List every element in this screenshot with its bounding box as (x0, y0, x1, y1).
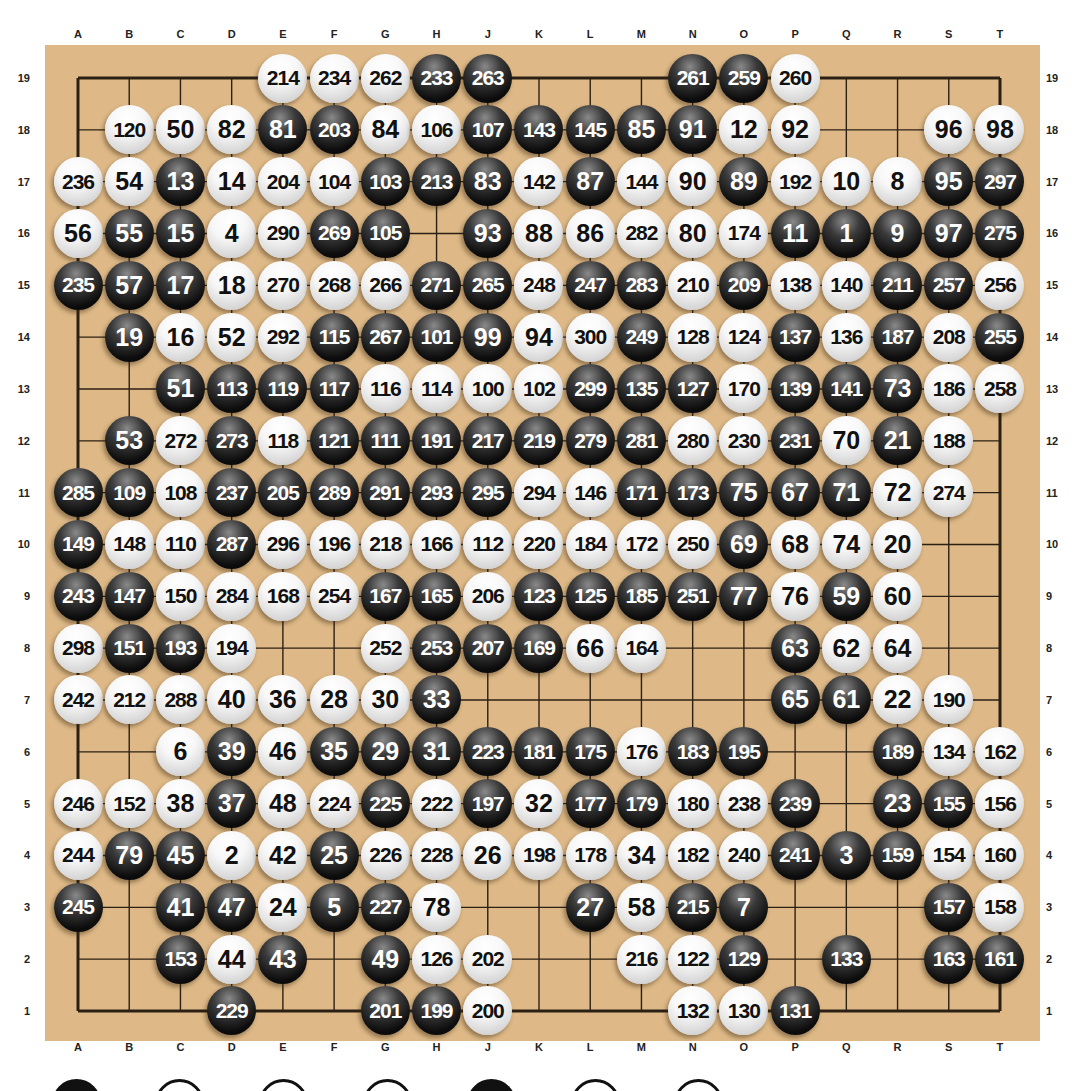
go-stone-T16[interactable]: 275 (975, 209, 1024, 258)
go-stone-K4[interactable]: 198 (514, 831, 563, 880)
go-stone-C8[interactable]: 193 (156, 624, 205, 673)
go-stone-F7[interactable]: 28 (310, 675, 359, 724)
go-stone-J14[interactable]: 99 (463, 313, 512, 362)
go-stone-L16[interactable]: 86 (566, 209, 615, 258)
go-stone-P4[interactable]: 241 (771, 831, 820, 880)
go-stone-D2[interactable]: 44 (207, 935, 256, 984)
go-stone-H5[interactable]: 222 (412, 779, 461, 828)
go-stone-J9[interactable]: 206 (463, 572, 512, 621)
go-stone-D1[interactable]: 229 (207, 986, 256, 1035)
go-stone-D13[interactable]: 113 (207, 364, 256, 413)
go-stone-J13[interactable]: 100 (463, 364, 512, 413)
go-stone-L18[interactable]: 145 (566, 105, 615, 154)
go-stone-F13[interactable]: 117 (310, 364, 359, 413)
go-stone-D6[interactable]: 39 (207, 727, 256, 776)
go-stone-E14[interactable]: 292 (258, 313, 307, 362)
go-stone-Q11[interactable]: 71 (822, 468, 871, 517)
go-stone-Q8[interactable]: 62 (822, 624, 871, 673)
go-stone-C4[interactable]: 45 (156, 831, 205, 880)
go-stone-S4[interactable]: 154 (924, 831, 973, 880)
go-stone-Q12[interactable]: 70 (822, 416, 871, 465)
go-stone-S16[interactable]: 97 (924, 209, 973, 258)
go-stone-M3[interactable]: 58 (617, 883, 666, 932)
go-stone-S6[interactable]: 134 (924, 727, 973, 776)
go-stone-C5[interactable]: 38 (156, 779, 205, 828)
go-stone-C17[interactable]: 13 (156, 157, 205, 206)
go-stone-O14[interactable]: 124 (719, 313, 768, 362)
go-stone-T6[interactable]: 162 (975, 727, 1024, 776)
go-stone-S15[interactable]: 257 (924, 261, 973, 310)
go-stone-S14[interactable]: 208 (924, 313, 973, 362)
go-stone-L9[interactable]: 125 (566, 572, 615, 621)
go-stone-K17[interactable]: 142 (514, 157, 563, 206)
go-stone-Q2[interactable]: 133 (822, 935, 871, 984)
go-stone-B17[interactable]: 54 (105, 157, 154, 206)
go-stone-T3[interactable]: 158 (975, 883, 1024, 932)
go-stone-C18[interactable]: 50 (156, 105, 205, 154)
go-stone-H19[interactable]: 233 (412, 54, 461, 103)
go-stone-L11[interactable]: 146 (566, 468, 615, 517)
go-stone-K16[interactable]: 88 (514, 209, 563, 258)
go-stone-B15[interactable]: 57 (105, 261, 154, 310)
go-stone-J12[interactable]: 217 (463, 416, 512, 465)
go-stone-G8[interactable]: 252 (361, 624, 410, 673)
go-stone-R6[interactable]: 189 (873, 727, 922, 776)
go-stone-J6[interactable]: 223 (463, 727, 512, 776)
go-stone-T5[interactable]: 156 (975, 779, 1024, 828)
go-stone-L12[interactable]: 279 (566, 416, 615, 465)
go-stone-M4[interactable]: 34 (617, 831, 666, 880)
go-stone-E2[interactable]: 43 (258, 935, 307, 984)
go-stone-G18[interactable]: 84 (361, 105, 410, 154)
go-stone-F5[interactable]: 224 (310, 779, 359, 828)
go-stone-K11[interactable]: 294 (514, 468, 563, 517)
go-stone-M5[interactable]: 179 (617, 779, 666, 828)
go-stone-M2[interactable]: 216 (617, 935, 666, 984)
go-stone-N3[interactable]: 215 (668, 883, 717, 932)
go-stone-L17[interactable]: 87 (566, 157, 615, 206)
go-stone-N4[interactable]: 182 (668, 831, 717, 880)
go-stone-R10[interactable]: 20 (873, 520, 922, 569)
go-stone-D4[interactable]: 2 (207, 831, 256, 880)
go-stone-G10[interactable]: 218 (361, 520, 410, 569)
go-stone-M12[interactable]: 281 (617, 416, 666, 465)
go-stone-M11[interactable]: 171 (617, 468, 666, 517)
go-stone-C6[interactable]: 6 (156, 727, 205, 776)
go-stone-G6[interactable]: 29 (361, 727, 410, 776)
go-stone-F10[interactable]: 196 (310, 520, 359, 569)
go-stone-J8[interactable]: 207 (463, 624, 512, 673)
go-stone-D8[interactable]: 194 (207, 624, 256, 673)
go-stone-H17[interactable]: 213 (412, 157, 461, 206)
go-stone-C13[interactable]: 51 (156, 364, 205, 413)
go-stone-M14[interactable]: 249 (617, 313, 666, 362)
go-stone-G3[interactable]: 227 (361, 883, 410, 932)
go-stone-J4[interactable]: 26 (463, 831, 512, 880)
go-stone-E16[interactable]: 290 (258, 209, 307, 258)
go-stone-H12[interactable]: 191 (412, 416, 461, 465)
go-stone-E6[interactable]: 46 (258, 727, 307, 776)
go-stone-D17[interactable]: 14 (207, 157, 256, 206)
go-stone-S12[interactable]: 188 (924, 416, 973, 465)
go-stone-P13[interactable]: 139 (771, 364, 820, 413)
go-stone-O17[interactable]: 89 (719, 157, 768, 206)
go-stone-T4[interactable]: 160 (975, 831, 1024, 880)
go-stone-C11[interactable]: 108 (156, 468, 205, 517)
go-stone-E15[interactable]: 270 (258, 261, 307, 310)
go-stone-N2[interactable]: 122 (668, 935, 717, 984)
go-stone-K6[interactable]: 181 (514, 727, 563, 776)
go-board[interactable]: 2142342622332632612592601205082812038410… (45, 45, 1040, 1041)
go-stone-O2[interactable]: 129 (719, 935, 768, 984)
go-stone-F11[interactable]: 289 (310, 468, 359, 517)
go-stone-E11[interactable]: 205 (258, 468, 307, 517)
go-stone-P14[interactable]: 137 (771, 313, 820, 362)
coord-label: H (427, 27, 447, 41)
go-stone-M13[interactable]: 135 (617, 364, 666, 413)
go-stone-N15[interactable]: 210 (668, 261, 717, 310)
go-stone-O13[interactable]: 170 (719, 364, 768, 413)
go-stone-Q17[interactable]: 10 (822, 157, 871, 206)
go-stone-R12[interactable]: 21 (873, 416, 922, 465)
go-stone-J18[interactable]: 107 (463, 105, 512, 154)
go-stone-A15[interactable]: 235 (54, 261, 103, 310)
go-stone-Q15[interactable]: 140 (822, 261, 871, 310)
go-stone-K15[interactable]: 248 (514, 261, 563, 310)
go-stone-Q16[interactable]: 1 (822, 209, 871, 258)
go-stone-H15[interactable]: 271 (412, 261, 461, 310)
go-stone-L13[interactable]: 299 (566, 364, 615, 413)
go-stone-N6[interactable]: 183 (668, 727, 717, 776)
go-stone-N11[interactable]: 173 (668, 468, 717, 517)
go-stone-D16[interactable]: 4 (207, 209, 256, 258)
go-stone-G5[interactable]: 225 (361, 779, 410, 828)
go-stone-B18[interactable]: 120 (105, 105, 154, 154)
go-stone-E18[interactable]: 81 (258, 105, 307, 154)
go-stone-A3[interactable]: 245 (54, 883, 103, 932)
go-stone-K18[interactable]: 143 (514, 105, 563, 154)
go-stone-B16[interactable]: 55 (105, 209, 154, 258)
go-stone-O4[interactable]: 240 (719, 831, 768, 880)
go-stone-C3[interactable]: 41 (156, 883, 205, 932)
go-stone-E3[interactable]: 24 (258, 883, 307, 932)
go-stone-M6[interactable]: 176 (617, 727, 666, 776)
go-stone-O12[interactable]: 230 (719, 416, 768, 465)
go-stone-J11[interactable]: 295 (463, 468, 512, 517)
go-stone-H14[interactable]: 101 (412, 313, 461, 362)
go-stone-P9[interactable]: 76 (771, 572, 820, 621)
go-stone-R8[interactable]: 64 (873, 624, 922, 673)
go-stone-D12[interactable]: 273 (207, 416, 256, 465)
go-stone-N16[interactable]: 80 (668, 209, 717, 258)
go-stone-A10[interactable]: 149 (54, 520, 103, 569)
go-stone-O9[interactable]: 77 (719, 572, 768, 621)
go-stone-R5[interactable]: 23 (873, 779, 922, 828)
go-stone-J2[interactable]: 202 (463, 935, 512, 984)
go-stone-C9[interactable]: 150 (156, 572, 205, 621)
go-stone-F17[interactable]: 104 (310, 157, 359, 206)
go-stone-D15[interactable]: 18 (207, 261, 256, 310)
go-stone-M10[interactable]: 172 (617, 520, 666, 569)
go-stone-D11[interactable]: 237 (207, 468, 256, 517)
go-stone-A17[interactable]: 236 (54, 157, 103, 206)
go-stone-B4[interactable]: 79 (105, 831, 154, 880)
go-stone-R4[interactable]: 159 (873, 831, 922, 880)
go-stone-L4[interactable]: 178 (566, 831, 615, 880)
go-stone-C10[interactable]: 110 (156, 520, 205, 569)
go-stone-M9[interactable]: 185 (617, 572, 666, 621)
go-stone-L6[interactable]: 175 (566, 727, 615, 776)
go-stone-C15[interactable]: 17 (156, 261, 205, 310)
go-stone-G14[interactable]: 267 (361, 313, 410, 362)
go-stone-E12[interactable]: 118 (258, 416, 307, 465)
go-stone-G9[interactable]: 167 (361, 572, 410, 621)
go-stone-L15[interactable]: 247 (566, 261, 615, 310)
go-stone-O19[interactable]: 259 (719, 54, 768, 103)
go-stone-N10[interactable]: 250 (668, 520, 717, 569)
go-stone-B14[interactable]: 19 (105, 313, 154, 362)
go-stone-G2[interactable]: 49 (361, 935, 410, 984)
go-stone-P11[interactable]: 67 (771, 468, 820, 517)
go-stone-H4[interactable]: 228 (412, 831, 461, 880)
go-stone-F14[interactable]: 115 (310, 313, 359, 362)
go-stone-H13[interactable]: 114 (412, 364, 461, 413)
go-stone-A9[interactable]: 243 (54, 572, 103, 621)
go-stone-H8[interactable]: 253 (412, 624, 461, 673)
go-stone-H7[interactable]: 33 (412, 675, 461, 724)
go-stone-K14[interactable]: 94 (514, 313, 563, 362)
go-stone-R13[interactable]: 73 (873, 364, 922, 413)
go-stone-F19[interactable]: 234 (310, 54, 359, 103)
go-stone-N1[interactable]: 132 (668, 986, 717, 1035)
go-stone-E19[interactable]: 214 (258, 54, 307, 103)
go-stone-L3[interactable]: 27 (566, 883, 615, 932)
go-stone-S13[interactable]: 186 (924, 364, 973, 413)
go-stone-P18[interactable]: 92 (771, 105, 820, 154)
go-stone-G4[interactable]: 226 (361, 831, 410, 880)
go-stone-P7[interactable]: 65 (771, 675, 820, 724)
go-stone-P17[interactable]: 192 (771, 157, 820, 206)
go-stone-B9[interactable]: 147 (105, 572, 154, 621)
go-stone-J10[interactable]: 112 (463, 520, 512, 569)
go-stone-J17[interactable]: 83 (463, 157, 512, 206)
go-stone-T14[interactable]: 255 (975, 313, 1024, 362)
go-stone-G17[interactable]: 103 (361, 157, 410, 206)
go-stone-K8[interactable]: 169 (514, 624, 563, 673)
go-stone-Q14[interactable]: 136 (822, 313, 871, 362)
go-stone-S11[interactable]: 274 (924, 468, 973, 517)
go-stone-P16[interactable]: 11 (771, 209, 820, 258)
go-stone-O10[interactable]: 69 (719, 520, 768, 569)
go-stone-N12[interactable]: 280 (668, 416, 717, 465)
go-stone-R17[interactable]: 8 (873, 157, 922, 206)
go-stone-A7[interactable]: 242 (54, 675, 103, 724)
coord-label: P (785, 1040, 805, 1054)
go-stone-R11[interactable]: 72 (873, 468, 922, 517)
go-stone-R7[interactable]: 22 (873, 675, 922, 724)
go-stone-G15[interactable]: 266 (361, 261, 410, 310)
go-stone-T17[interactable]: 297 (975, 157, 1024, 206)
go-stone-B12[interactable]: 53 (105, 416, 154, 465)
go-stone-O18[interactable]: 12 (719, 105, 768, 154)
go-stone-N5[interactable]: 180 (668, 779, 717, 828)
go-stone-L8[interactable]: 66 (566, 624, 615, 673)
go-stone-Q9[interactable]: 59 (822, 572, 871, 621)
go-stone-H1[interactable]: 199 (412, 986, 461, 1035)
go-stone-Q10[interactable]: 74 (822, 520, 871, 569)
go-stone-G13[interactable]: 116 (361, 364, 410, 413)
go-stone-A8[interactable]: 298 (54, 624, 103, 673)
go-stone-P8[interactable]: 63 (771, 624, 820, 673)
go-stone-N19[interactable]: 261 (668, 54, 717, 103)
go-stone-C7[interactable]: 288 (156, 675, 205, 724)
go-stone-O1[interactable]: 130 (719, 986, 768, 1035)
go-stone-E5[interactable]: 48 (258, 779, 307, 828)
go-stone-E13[interactable]: 119 (258, 364, 307, 413)
go-stone-K5[interactable]: 32 (514, 779, 563, 828)
go-stone-O6[interactable]: 195 (719, 727, 768, 776)
go-stone-D18[interactable]: 82 (207, 105, 256, 154)
go-stone-M18[interactable]: 85 (617, 105, 666, 154)
go-stone-A11[interactable]: 285 (54, 468, 103, 517)
go-stone-A16[interactable]: 56 (54, 209, 103, 258)
go-stone-B10[interactable]: 148 (105, 520, 154, 569)
go-stone-D14[interactable]: 52 (207, 313, 256, 362)
go-stone-A4[interactable]: 244 (54, 831, 103, 880)
go-stone-J16[interactable]: 93 (463, 209, 512, 258)
go-stone-G1[interactable]: 201 (361, 986, 410, 1035)
go-stone-E10[interactable]: 296 (258, 520, 307, 569)
go-stone-T15[interactable]: 256 (975, 261, 1024, 310)
go-stone-D3[interactable]: 47 (207, 883, 256, 932)
go-stone-H2[interactable]: 126 (412, 935, 461, 984)
go-stone-L10[interactable]: 184 (566, 520, 615, 569)
go-stone-F4[interactable]: 25 (310, 831, 359, 880)
go-stone-F3[interactable]: 5 (310, 883, 359, 932)
go-stone-P5[interactable]: 239 (771, 779, 820, 828)
go-stone-E9[interactable]: 168 (258, 572, 307, 621)
go-stone-G7[interactable]: 30 (361, 675, 410, 724)
go-stone-J5[interactable]: 197 (463, 779, 512, 828)
go-stone-N17[interactable]: 90 (668, 157, 717, 206)
go-stone-R15[interactable]: 211 (873, 261, 922, 310)
go-stone-J1[interactable]: 200 (463, 986, 512, 1035)
go-stone-L5[interactable]: 177 (566, 779, 615, 828)
go-stone-S17[interactable]: 95 (924, 157, 973, 206)
go-stone-H9[interactable]: 165 (412, 572, 461, 621)
go-stone-N13[interactable]: 127 (668, 364, 717, 413)
go-stone-F9[interactable]: 254 (310, 572, 359, 621)
go-stone-L14[interactable]: 300 (566, 313, 615, 362)
go-stone-G11[interactable]: 291 (361, 468, 410, 517)
go-stone-K10[interactable]: 220 (514, 520, 563, 569)
go-stone-S3[interactable]: 157 (924, 883, 973, 932)
go-stone-J19[interactable]: 263 (463, 54, 512, 103)
go-stone-E17[interactable]: 204 (258, 157, 307, 206)
go-stone-T13[interactable]: 258 (975, 364, 1024, 413)
go-stone-H11[interactable]: 293 (412, 468, 461, 517)
go-stone-E4[interactable]: 42 (258, 831, 307, 880)
go-stone-R14[interactable]: 187 (873, 313, 922, 362)
coord-label: Q (836, 1040, 856, 1054)
go-stone-F18[interactable]: 203 (310, 105, 359, 154)
go-stone-H18[interactable]: 106 (412, 105, 461, 154)
go-stone-G16[interactable]: 105 (361, 209, 410, 258)
go-stone-Q13[interactable]: 141 (822, 364, 871, 413)
go-stone-N14[interactable]: 128 (668, 313, 717, 362)
go-stone-T18[interactable]: 98 (975, 105, 1024, 154)
go-stone-C16[interactable]: 15 (156, 209, 205, 258)
go-stone-M17[interactable]: 144 (617, 157, 666, 206)
go-stone-P10[interactable]: 68 (771, 520, 820, 569)
go-stone-F16[interactable]: 269 (310, 209, 359, 258)
go-stone-K13[interactable]: 102 (514, 364, 563, 413)
coord-label: 4 (1046, 848, 1072, 862)
go-stone-T2[interactable]: 161 (975, 935, 1024, 984)
go-stone-N18[interactable]: 91 (668, 105, 717, 154)
go-stone-B5[interactable]: 152 (105, 779, 154, 828)
go-stone-P1[interactable]: 131 (771, 986, 820, 1035)
legend-stone (52, 1079, 101, 1091)
go-stone-M15[interactable]: 283 (617, 261, 666, 310)
go-stone-K12[interactable]: 219 (514, 416, 563, 465)
go-stone-P15[interactable]: 138 (771, 261, 820, 310)
go-stone-S18[interactable]: 96 (924, 105, 973, 154)
go-stone-Q7[interactable]: 61 (822, 675, 871, 724)
go-stone-E7[interactable]: 36 (258, 675, 307, 724)
go-stone-P19[interactable]: 260 (771, 54, 820, 103)
go-stone-C12[interactable]: 272 (156, 416, 205, 465)
go-stone-S2[interactable]: 163 (924, 935, 973, 984)
go-stone-J15[interactable]: 265 (463, 261, 512, 310)
go-stone-D9[interactable]: 284 (207, 572, 256, 621)
go-stone-F6[interactable]: 35 (310, 727, 359, 776)
go-stone-D10[interactable]: 287 (207, 520, 256, 569)
go-stone-B8[interactable]: 151 (105, 624, 154, 673)
coord-label: E (273, 27, 293, 41)
go-stone-S5[interactable]: 155 (924, 779, 973, 828)
go-stone-D5[interactable]: 37 (207, 779, 256, 828)
go-stone-K9[interactable]: 123 (514, 572, 563, 621)
go-stone-S7[interactable]: 190 (924, 675, 973, 724)
go-stone-O15[interactable]: 209 (719, 261, 768, 310)
go-stone-H6[interactable]: 31 (412, 727, 461, 776)
go-stone-F15[interactable]: 268 (310, 261, 359, 310)
go-stone-M16[interactable]: 282 (617, 209, 666, 258)
go-stone-G12[interactable]: 111 (361, 416, 410, 465)
go-stone-H3[interactable]: 78 (412, 883, 461, 932)
go-stone-D7[interactable]: 40 (207, 675, 256, 724)
go-stone-O11[interactable]: 75 (719, 468, 768, 517)
go-stone-G19[interactable]: 262 (361, 54, 410, 103)
go-stone-R16[interactable]: 9 (873, 209, 922, 258)
go-stone-R9[interactable]: 60 (873, 572, 922, 621)
go-stone-O3[interactable]: 7 (719, 883, 768, 932)
go-stone-F12[interactable]: 121 (310, 416, 359, 465)
go-stone-N9[interactable]: 251 (668, 572, 717, 621)
go-stone-O16[interactable]: 174 (719, 209, 768, 258)
go-stone-B7[interactable]: 212 (105, 675, 154, 724)
go-stone-M8[interactable]: 164 (617, 624, 666, 673)
go-stone-Q4[interactable]: 3 (822, 831, 871, 880)
go-stone-B11[interactable]: 109 (105, 468, 154, 517)
go-stone-H10[interactable]: 166 (412, 520, 461, 569)
go-stone-C2[interactable]: 153 (156, 935, 205, 984)
go-stone-P12[interactable]: 231 (771, 416, 820, 465)
go-stone-O5[interactable]: 238 (719, 779, 768, 828)
go-stone-A5[interactable]: 246 (54, 779, 103, 828)
go-stone-C14[interactable]: 16 (156, 313, 205, 362)
